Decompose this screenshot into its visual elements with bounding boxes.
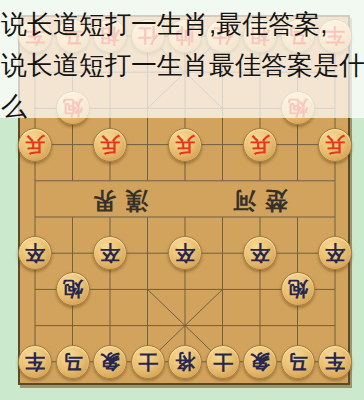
piece-glyph: 卒 (175, 243, 195, 263)
piece-black-general[interactable]: 将 (168, 345, 202, 379)
piece-glyph: 炮 (63, 279, 83, 299)
piece-red-soldier[interactable]: 兵 (243, 128, 277, 162)
piece-black-horse[interactable]: 马 (281, 345, 315, 379)
piece-red-soldier[interactable]: 兵 (18, 128, 52, 162)
piece-black-horse[interactable]: 马 (56, 345, 90, 379)
piece-glyph: 炮 (288, 279, 308, 299)
piece-black-cannon[interactable]: 炮 (281, 272, 315, 306)
piece-black-cannon[interactable]: 炮 (56, 272, 90, 306)
title-overlay: 说长道短打一生肖,最佳答案, 说长道短打一生肖最佳答案是什 么 (0, 0, 364, 118)
piece-glyph: 卒 (25, 243, 45, 263)
title-line-3: 么 (1, 86, 364, 127)
river-label-right: 楚河 (218, 185, 294, 216)
piece-black-elephant[interactable]: 象 (93, 345, 127, 379)
title-line-2: 说长道短打一生肖最佳答案是什 (1, 45, 364, 86)
piece-black-advisor[interactable]: 士 (206, 345, 240, 379)
piece-glyph: 兵 (325, 135, 345, 155)
screenshot-root: 漢界 楚河 车马相仕帅仕相马车炮炮兵兵兵兵兵卒卒卒卒卒炮炮车马象士将士象马车 说… (0, 0, 364, 400)
piece-glyph: 士 (138, 352, 158, 372)
piece-black-soldier[interactable]: 卒 (18, 236, 52, 270)
piece-black-soldier[interactable]: 卒 (318, 236, 352, 270)
piece-black-soldier[interactable]: 卒 (243, 236, 277, 270)
page-title: 说长道短打一生肖,最佳答案, 说长道短打一生肖最佳答案是什 么 (1, 4, 364, 127)
piece-glyph: 卒 (100, 243, 120, 263)
piece-black-chariot[interactable]: 车 (318, 345, 352, 379)
piece-red-soldier[interactable]: 兵 (168, 128, 202, 162)
piece-glyph: 将 (175, 352, 195, 372)
piece-glyph: 车 (25, 352, 45, 372)
piece-black-soldier[interactable]: 卒 (93, 236, 127, 270)
river-label-left: 漢界 (78, 185, 154, 216)
piece-glyph: 马 (63, 352, 83, 372)
piece-black-advisor[interactable]: 士 (131, 345, 165, 379)
piece-black-elephant[interactable]: 象 (243, 345, 277, 379)
piece-glyph: 兵 (25, 135, 45, 155)
piece-glyph: 象 (250, 352, 270, 372)
piece-black-chariot[interactable]: 车 (18, 345, 52, 379)
piece-red-soldier[interactable]: 兵 (318, 128, 352, 162)
piece-glyph: 兵 (250, 135, 270, 155)
piece-glyph: 兵 (100, 135, 120, 155)
piece-red-soldier[interactable]: 兵 (93, 128, 127, 162)
piece-glyph: 卒 (250, 243, 270, 263)
piece-glyph: 车 (325, 352, 345, 372)
piece-glyph: 卒 (325, 243, 345, 263)
piece-glyph: 马 (288, 352, 308, 372)
piece-glyph: 象 (100, 352, 120, 372)
piece-glyph: 士 (213, 352, 233, 372)
piece-black-soldier[interactable]: 卒 (168, 236, 202, 270)
title-line-1: 说长道短打一生肖,最佳答案, (1, 4, 364, 45)
piece-glyph: 兵 (175, 135, 195, 155)
